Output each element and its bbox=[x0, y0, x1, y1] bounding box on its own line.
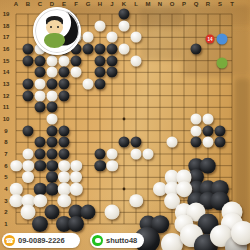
stone-white-K16 bbox=[119, 44, 130, 55]
stone-white-Q10 bbox=[191, 114, 202, 125]
column-label-K: K bbox=[122, 1, 126, 7]
row-label-2: 2 bbox=[4, 209, 7, 215]
stone-black-H7 bbox=[95, 149, 106, 160]
stone-black-G2 bbox=[81, 205, 96, 220]
stone-white-C13 bbox=[35, 79, 46, 90]
stone-black-F1 bbox=[68, 216, 84, 232]
column-label-N: N bbox=[158, 1, 162, 7]
column-label-E: E bbox=[62, 1, 66, 7]
stone-white-F6 bbox=[70, 160, 82, 172]
stone-white-E6 bbox=[58, 160, 70, 172]
stone-black-B16 bbox=[23, 44, 34, 55]
stone-black-F15 bbox=[71, 55, 82, 66]
stone-black-S9 bbox=[215, 125, 226, 136]
column-label-G: G bbox=[86, 1, 91, 7]
stone-white-F14 bbox=[71, 67, 82, 78]
line-contact-pill[interactable]: shutto48 bbox=[90, 233, 144, 248]
line-bubble-glyph bbox=[95, 238, 101, 243]
column-label-H: H bbox=[98, 1, 102, 7]
stone-black-D8 bbox=[47, 137, 58, 148]
stone-black-L8 bbox=[131, 137, 142, 148]
column-label-J: J bbox=[110, 1, 113, 7]
stone-white-L15 bbox=[131, 55, 142, 66]
stone-black-C11 bbox=[35, 102, 46, 113]
row-label-12: 12 bbox=[3, 93, 10, 99]
row-label-15: 15 bbox=[3, 58, 10, 64]
stone-black-C1 bbox=[32, 216, 48, 232]
row-label-16: 16 bbox=[3, 46, 10, 52]
phone-number: 09-0089-2226 bbox=[18, 236, 65, 245]
row-label-6: 6 bbox=[4, 163, 7, 169]
row-label-13: 13 bbox=[3, 81, 10, 87]
stone-white-D14 bbox=[47, 67, 58, 78]
stone-white-O8 bbox=[167, 137, 178, 148]
column-label-P: P bbox=[182, 1, 186, 7]
stone-black-E9 bbox=[59, 125, 70, 136]
stone-black-E13 bbox=[59, 79, 70, 90]
stone-black-S8 bbox=[215, 137, 226, 148]
column-label-R: R bbox=[206, 1, 210, 7]
stone-black-D13 bbox=[47, 79, 58, 90]
stone-black-C6 bbox=[34, 160, 46, 172]
phone-icon: ☎ bbox=[4, 235, 15, 246]
stone-white-D15 bbox=[47, 55, 58, 66]
stone-white-J2 bbox=[105, 205, 120, 220]
row-label-4: 4 bbox=[4, 186, 7, 192]
column-label-A: A bbox=[14, 1, 18, 7]
column-label-B: B bbox=[26, 1, 30, 7]
column-label-Q: Q bbox=[194, 1, 199, 7]
stone-white-Q9 bbox=[191, 125, 202, 136]
photo-stone-white bbox=[231, 221, 250, 245]
row-label-19: 19 bbox=[3, 11, 10, 17]
stone-white-L3 bbox=[129, 194, 143, 208]
stone-white-G17 bbox=[83, 32, 94, 43]
stone-black-C14 bbox=[35, 67, 46, 78]
line-messenger-icon bbox=[92, 235, 103, 246]
row-label-8: 8 bbox=[4, 139, 7, 145]
stone-white-L7 bbox=[131, 149, 142, 160]
line-id: shutto48 bbox=[106, 236, 137, 245]
stone-black-E12 bbox=[59, 90, 70, 101]
stone-black-B9 bbox=[23, 125, 34, 136]
stone-white-J6 bbox=[106, 160, 118, 172]
column-label-C: C bbox=[38, 1, 42, 7]
row-label-5: 5 bbox=[4, 174, 7, 180]
stone-white-L17 bbox=[131, 32, 142, 43]
stone-black-J15 bbox=[107, 55, 118, 66]
column-label-O: O bbox=[170, 1, 175, 7]
stone-black-B13 bbox=[23, 79, 34, 90]
stone-black-H16 bbox=[95, 44, 106, 55]
stone-black-B15 bbox=[23, 55, 34, 66]
stone-white-B5 bbox=[22, 171, 34, 183]
green-dot-S15 bbox=[217, 57, 228, 68]
row-label-7: 7 bbox=[4, 151, 7, 157]
stone-white-E15 bbox=[59, 55, 70, 66]
stone-white-B7 bbox=[23, 149, 34, 160]
column-label-S: S bbox=[218, 1, 222, 7]
stone-white-J7 bbox=[107, 149, 118, 160]
column-label-T: T bbox=[230, 1, 234, 7]
shadow-top-middle bbox=[140, 8, 182, 60]
row-label-17: 17 bbox=[3, 34, 10, 40]
stone-white-D12 bbox=[47, 90, 58, 101]
stone-black-Q8 bbox=[191, 137, 202, 148]
stone-black-C8 bbox=[35, 137, 46, 148]
stone-black-C15 bbox=[35, 55, 46, 66]
stone-white-A6 bbox=[10, 160, 22, 172]
stone-white-C3 bbox=[33, 194, 47, 208]
stone-black-D11 bbox=[47, 102, 58, 113]
stone-white-D10 bbox=[47, 114, 58, 125]
row-label-11: 11 bbox=[3, 104, 9, 110]
phone-contact-pill[interactable]: ☎ 09-0089-2226 bbox=[2, 233, 80, 248]
stone-black-H14 bbox=[95, 67, 106, 78]
stone-white-F5 bbox=[70, 171, 82, 183]
stone-white-M7 bbox=[143, 149, 154, 160]
row-label-10: 10 bbox=[3, 116, 10, 122]
column-label-M: M bbox=[146, 1, 151, 7]
stone-black-E8 bbox=[59, 137, 70, 148]
stone-black-K19 bbox=[119, 9, 130, 20]
stone-white-G13 bbox=[83, 79, 94, 90]
go-board-advert: ABCDEFGHJKLMNOPQRST 19181716151413121110… bbox=[0, 0, 250, 250]
stone-white-R10 bbox=[203, 114, 214, 125]
stone-white-B6 bbox=[22, 160, 34, 172]
move-number-badge-R17: 14 bbox=[206, 35, 215, 44]
column-label-L: L bbox=[134, 1, 138, 7]
stone-white-F4 bbox=[70, 183, 83, 196]
stone-black-E7 bbox=[59, 149, 70, 160]
stone-white-H18 bbox=[95, 20, 106, 31]
stone-white-C12 bbox=[35, 90, 46, 101]
stone-black-D6 bbox=[46, 160, 58, 172]
stone-black-Q16 bbox=[191, 44, 202, 55]
stone-black-D4 bbox=[46, 183, 59, 196]
stone-black-D7 bbox=[47, 149, 58, 160]
blue-dot-S17 bbox=[217, 34, 228, 45]
row-label-1: 1 bbox=[4, 221, 7, 227]
stone-black-R9 bbox=[203, 125, 214, 136]
row-label-3: 3 bbox=[4, 198, 7, 204]
stone-black-J16 bbox=[107, 44, 118, 55]
stone-white-J17 bbox=[107, 32, 118, 43]
stone-white-R8 bbox=[203, 137, 214, 148]
stone-white-E5 bbox=[58, 171, 70, 183]
stone-white-K18 bbox=[119, 20, 130, 31]
school-logo bbox=[33, 7, 81, 55]
stone-black-G16 bbox=[83, 44, 94, 55]
stone-black-H15 bbox=[95, 55, 106, 66]
stone-black-D9 bbox=[47, 125, 58, 136]
stone-black-H6 bbox=[94, 160, 106, 172]
stone-black-C7 bbox=[35, 149, 46, 160]
stone-black-B12 bbox=[23, 90, 34, 101]
row-label-18: 18 bbox=[3, 23, 10, 29]
logo-ring bbox=[33, 7, 81, 55]
row-label-9: 9 bbox=[4, 128, 7, 134]
column-label-F: F bbox=[74, 1, 78, 7]
stone-black-E14 bbox=[59, 67, 70, 78]
column-label-D: D bbox=[50, 1, 54, 7]
stone-white-E3 bbox=[57, 194, 71, 208]
stone-black-H13 bbox=[95, 79, 106, 90]
stone-black-D5 bbox=[46, 171, 58, 183]
stone-black-J14 bbox=[107, 67, 118, 78]
stone-black-K8 bbox=[119, 137, 130, 148]
row-label-14: 14 bbox=[3, 69, 10, 75]
